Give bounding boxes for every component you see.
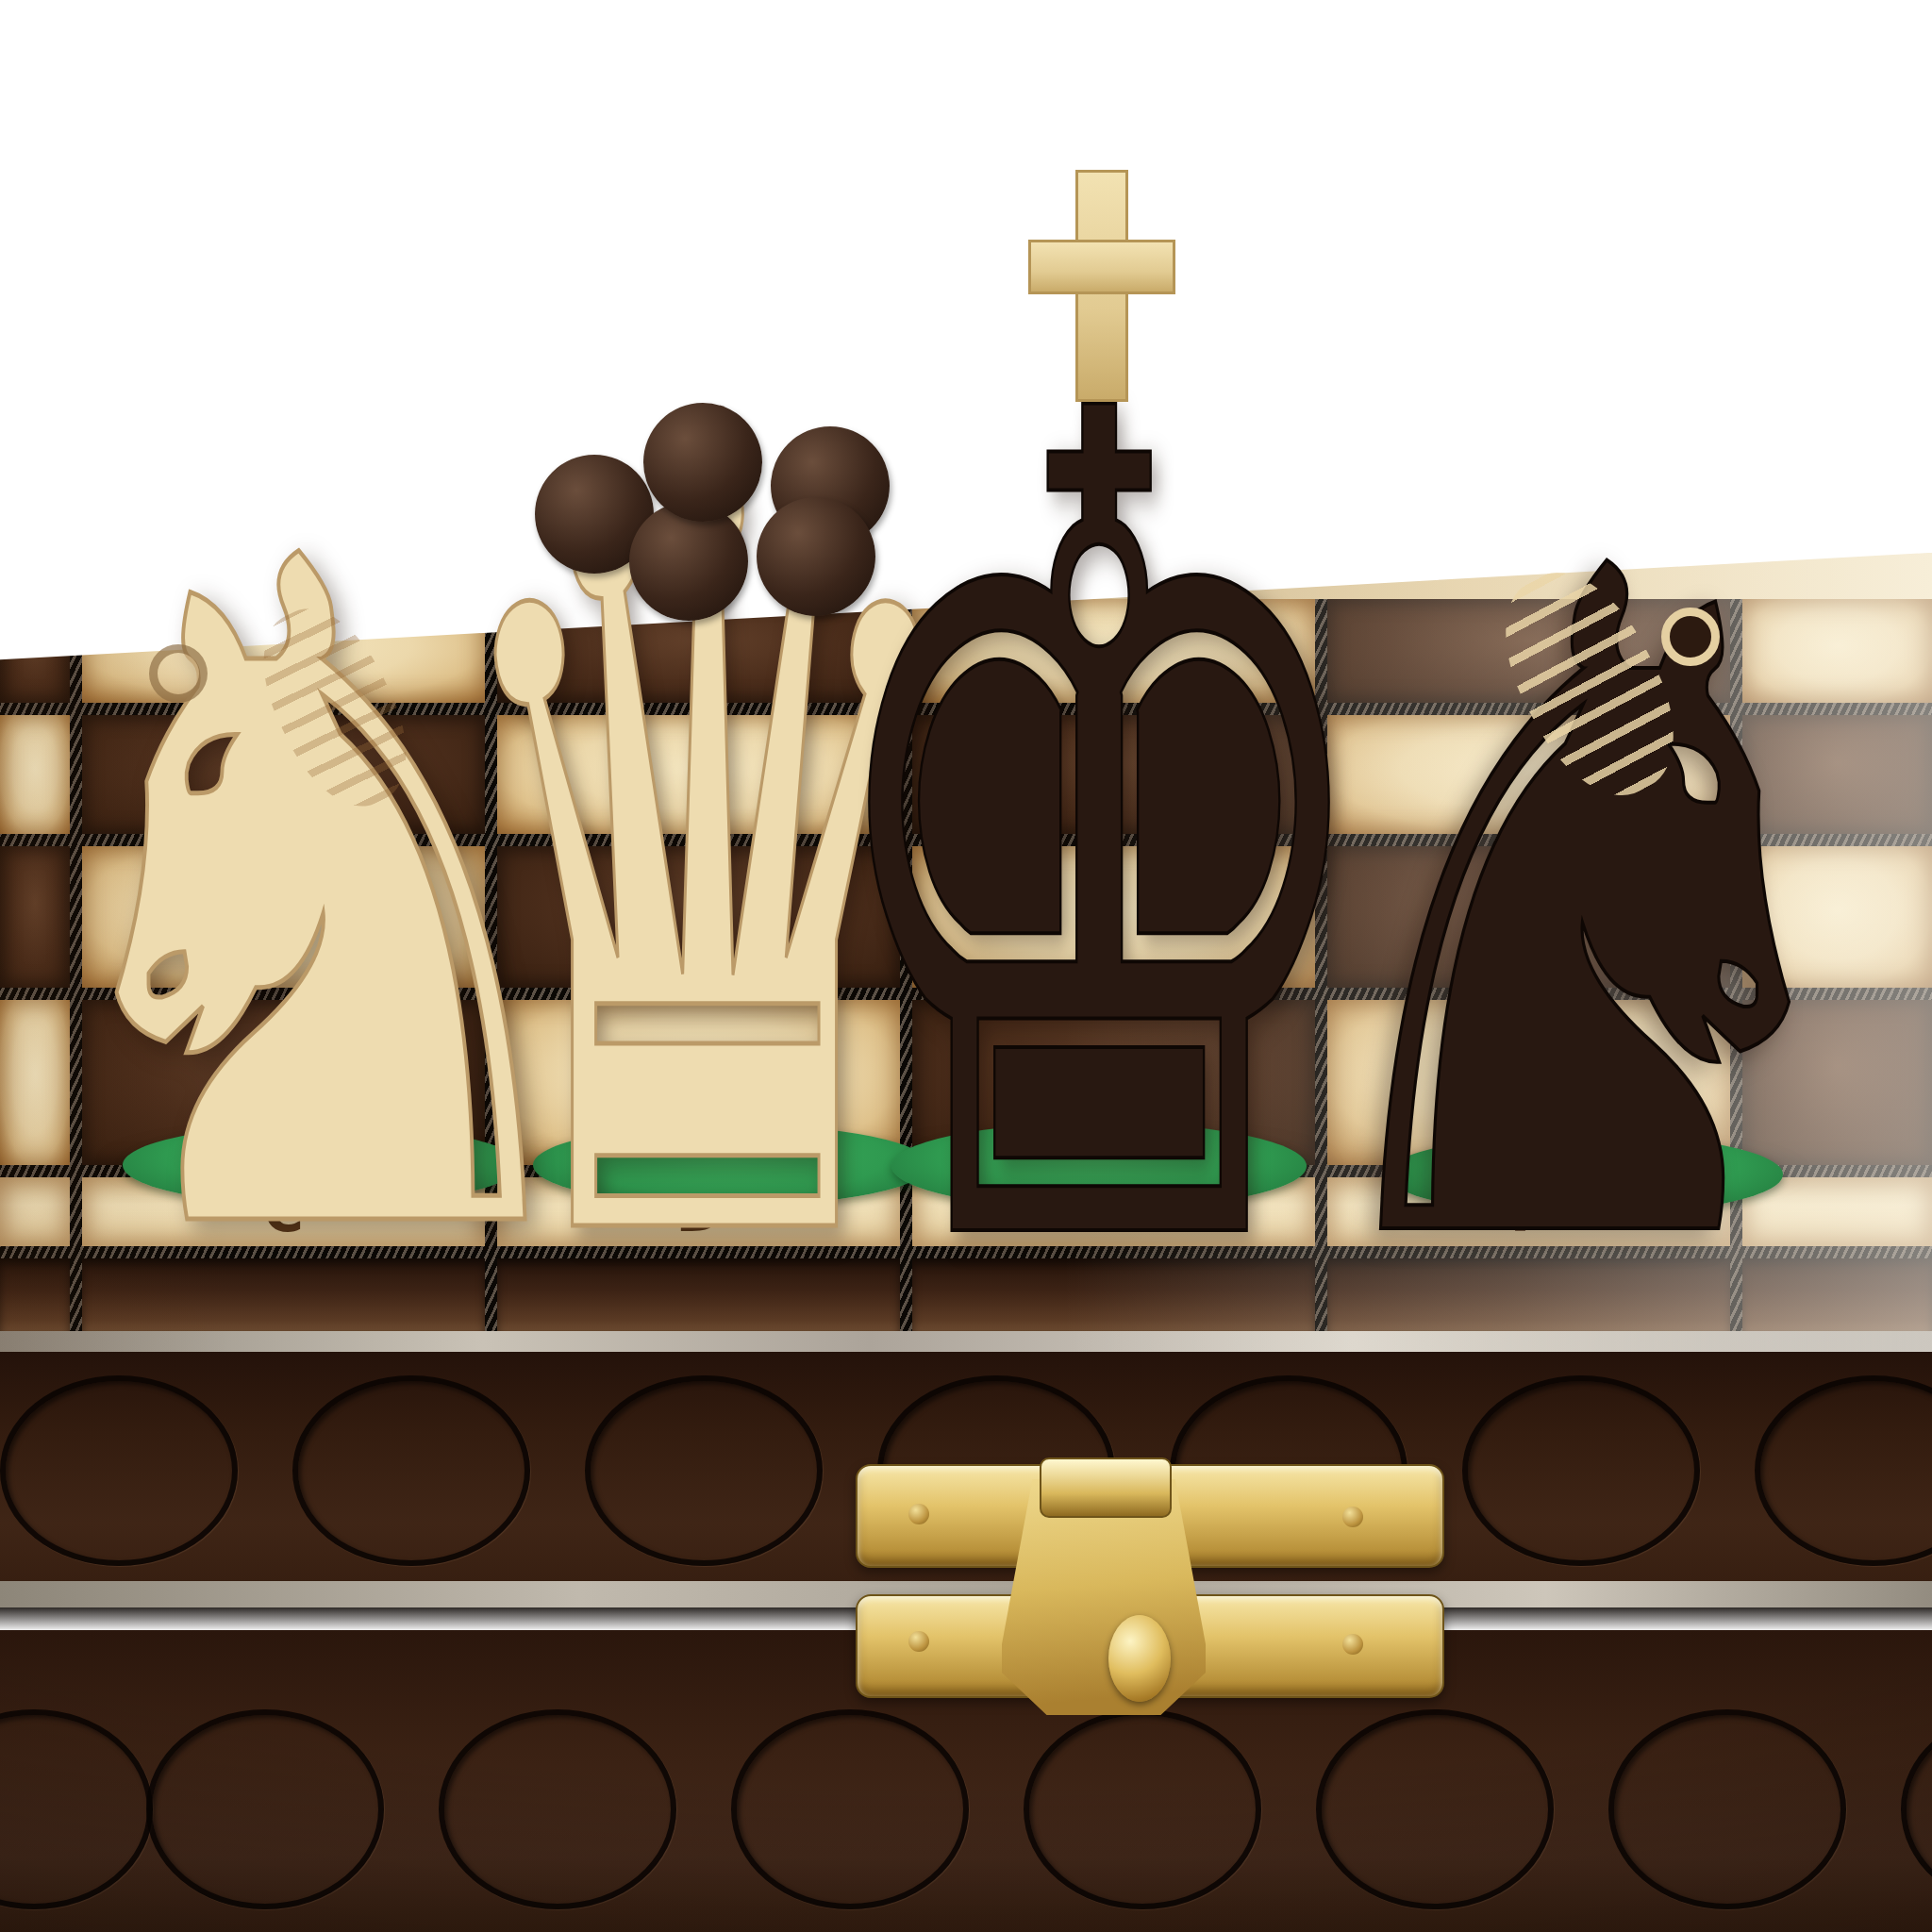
king-cross-finial — [1028, 240, 1175, 294]
carved-oval — [0, 1709, 153, 1909]
latch-screw — [908, 1504, 929, 1524]
white-knight-eye-detail — [149, 644, 208, 703]
latch-knob[interactable] — [1108, 1615, 1171, 1702]
chess-set-photo: C D E F — [0, 0, 1932, 1932]
latch-screw — [1342, 1634, 1363, 1655]
queen-ball-finial — [757, 497, 875, 616]
queen-ball-finial — [643, 403, 762, 522]
carved-oval — [1316, 1709, 1554, 1909]
carved-oval — [439, 1709, 676, 1909]
carved-oval — [1024, 1709, 1261, 1909]
latch-screw — [1342, 1507, 1363, 1527]
carved-oval — [731, 1709, 969, 1909]
latch-screw — [908, 1631, 929, 1652]
black-knight-eye-detail — [1661, 608, 1720, 666]
carved-oval — [1901, 1709, 1932, 1909]
carved-oval — [1608, 1709, 1846, 1909]
carved-oval — [146, 1709, 384, 1909]
